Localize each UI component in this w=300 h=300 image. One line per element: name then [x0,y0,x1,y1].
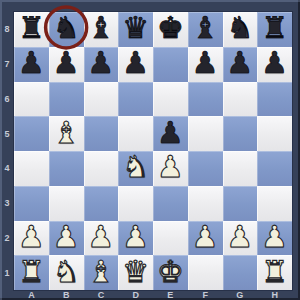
square-a3[interactable] [14,186,49,221]
square-b1[interactable]: ♞ [49,255,84,290]
square-h6[interactable] [257,82,292,117]
chess-board-frame: ♜♞♝♛♚♝♞♜♟♟♟♟♟♟♟♝♟♞♟♟♟♟♟♟♟♟♜♞♝♛♚♜ 8765432… [0,0,300,300]
square-d8[interactable]: ♛ [118,12,153,47]
black-knight-b8[interactable]: ♞ [53,13,80,43]
square-e7[interactable] [153,47,188,82]
file-label-c: C [84,290,119,300]
square-c5[interactable] [84,116,119,151]
white-pawn-h2[interactable]: ♟ [261,222,288,252]
square-g3[interactable] [223,186,258,221]
square-h5[interactable] [257,116,292,151]
square-c2[interactable]: ♟ [84,221,119,256]
square-g8[interactable]: ♞ [223,12,258,47]
square-g1[interactable] [223,255,258,290]
black-knight-g8[interactable]: ♞ [226,13,253,43]
square-a4[interactable] [14,151,49,186]
white-pawn-b2[interactable]: ♟ [53,222,80,252]
black-rook-h8[interactable]: ♜ [261,13,288,43]
square-f7[interactable]: ♟ [188,47,223,82]
square-h7[interactable]: ♟ [257,47,292,82]
square-h2[interactable]: ♟ [257,221,292,256]
file-label-e: E [153,290,188,300]
white-king-e1[interactable]: ♚ [157,257,184,287]
rank-label-8: 8 [0,12,14,47]
square-a8[interactable]: ♜ [14,12,49,47]
file-label-d: D [118,290,153,300]
white-pawn-g2[interactable]: ♟ [226,222,253,252]
square-b6[interactable] [49,82,84,117]
square-a7[interactable]: ♟ [14,47,49,82]
rank-label-4: 4 [0,151,14,186]
square-e6[interactable] [153,82,188,117]
black-pawn-e5[interactable]: ♟ [157,118,184,148]
square-c3[interactable] [84,186,119,221]
file-label-h: H [257,290,292,300]
square-b8[interactable]: ♞ [49,12,84,47]
square-g7[interactable]: ♟ [223,47,258,82]
white-pawn-d2[interactable]: ♟ [122,222,149,252]
rank-label-2: 2 [0,221,14,256]
square-b7[interactable]: ♟ [49,47,84,82]
square-d6[interactable] [118,82,153,117]
square-b3[interactable] [49,186,84,221]
black-king-e8[interactable]: ♚ [157,13,184,43]
black-bishop-c8[interactable]: ♝ [87,13,114,43]
rank-label-6: 6 [0,82,14,117]
black-rook-a8[interactable]: ♜ [18,13,45,43]
rank-label-7: 7 [0,47,14,82]
square-d1[interactable]: ♛ [118,255,153,290]
rank-label-3: 3 [0,186,14,221]
black-pawn-b7[interactable]: ♟ [53,48,80,78]
square-c1[interactable]: ♝ [84,255,119,290]
white-pawn-c2[interactable]: ♟ [87,222,114,252]
square-c4[interactable] [84,151,119,186]
square-h3[interactable] [257,186,292,221]
square-e1[interactable]: ♚ [153,255,188,290]
square-a1[interactable]: ♜ [14,255,49,290]
white-pawn-e4[interactable]: ♟ [157,152,184,182]
square-c8[interactable]: ♝ [84,12,119,47]
square-f8[interactable]: ♝ [188,12,223,47]
square-f6[interactable] [188,82,223,117]
white-rook-a1[interactable]: ♜ [18,257,45,287]
square-e8[interactable]: ♚ [153,12,188,47]
square-b2[interactable]: ♟ [49,221,84,256]
white-rook-h1[interactable]: ♜ [261,257,288,287]
black-pawn-g7[interactable]: ♟ [226,48,253,78]
square-e5[interactable]: ♟ [153,116,188,151]
square-f4[interactable] [188,151,223,186]
square-g2[interactable]: ♟ [223,221,258,256]
file-label-a: A [14,290,49,300]
square-f2[interactable]: ♟ [188,221,223,256]
square-c7[interactable]: ♟ [84,47,119,82]
square-d2[interactable]: ♟ [118,221,153,256]
square-a2[interactable]: ♟ [14,221,49,256]
file-label-b: B [49,290,84,300]
square-d3[interactable] [118,186,153,221]
square-e2[interactable] [153,221,188,256]
square-g6[interactable] [223,82,258,117]
square-g4[interactable] [223,151,258,186]
square-e3[interactable] [153,186,188,221]
square-a5[interactable] [14,116,49,151]
square-c6[interactable] [84,82,119,117]
black-pawn-h7[interactable]: ♟ [261,48,288,78]
square-f3[interactable] [188,186,223,221]
square-e4[interactable]: ♟ [153,151,188,186]
square-a6[interactable] [14,82,49,117]
white-pawn-a2[interactable]: ♟ [18,222,45,252]
white-knight-d4[interactable]: ♞ [122,152,149,182]
black-pawn-d7[interactable]: ♟ [122,48,149,78]
rank-label-1: 1 [0,255,14,290]
square-d5[interactable] [118,116,153,151]
square-h8[interactable]: ♜ [257,12,292,47]
square-d7[interactable]: ♟ [118,47,153,82]
black-pawn-c7[interactable]: ♟ [87,48,114,78]
white-knight-b1[interactable]: ♞ [53,257,80,287]
square-b5[interactable]: ♝ [49,116,84,151]
file-label-f: F [188,290,223,300]
square-g5[interactable] [223,116,258,151]
square-b4[interactable] [49,151,84,186]
square-f1[interactable] [188,255,223,290]
black-bishop-f8[interactable]: ♝ [192,13,219,43]
black-queen-d8[interactable]: ♛ [122,13,149,43]
square-h4[interactable] [257,151,292,186]
square-f5[interactable] [188,116,223,151]
white-bishop-c1[interactable]: ♝ [87,257,114,287]
white-queen-d1[interactable]: ♛ [122,257,149,287]
chess-board[interactable]: ♜♞♝♛♚♝♞♜♟♟♟♟♟♟♟♝♟♞♟♟♟♟♟♟♟♟♜♞♝♛♚♜ [14,12,292,290]
file-label-g: G [223,290,258,300]
white-pawn-f2[interactable]: ♟ [192,222,219,252]
square-d4[interactable]: ♞ [118,151,153,186]
square-h1[interactable]: ♜ [257,255,292,290]
white-bishop-b5[interactable]: ♝ [53,118,80,148]
rank-label-5: 5 [0,116,14,151]
black-pawn-a7[interactable]: ♟ [18,48,45,78]
black-pawn-f7[interactable]: ♟ [192,48,219,78]
